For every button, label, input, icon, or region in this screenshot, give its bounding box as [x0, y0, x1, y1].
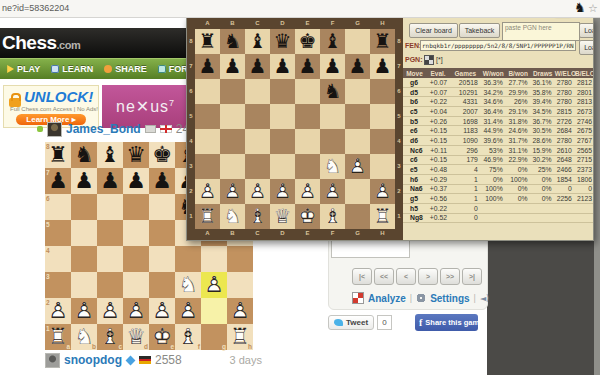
- tweet-widget: Tweet 0: [328, 315, 392, 330]
- piece-black-king[interactable]: ♚: [149, 142, 175, 168]
- piece-white-pawn[interactable]: ♟♙: [45, 298, 71, 324]
- square-b6[interactable]: [220, 79, 245, 104]
- fen-label: FEN:: [405, 42, 421, 49]
- move-nav-button-1[interactable]: <<: [374, 268, 394, 285]
- piece-white-knight[interactable]: ♞♘: [220, 204, 245, 229]
- stat-cell: 20518: [450, 78, 481, 87]
- square-b2[interactable]: ♟♙: [220, 179, 245, 204]
- square-d6[interactable]: [123, 194, 149, 220]
- square-e7[interactable]: ♟: [149, 168, 175, 194]
- white-player-name[interactable]: snoopdog: [64, 353, 122, 367]
- stat-cell: +0.48: [426, 165, 450, 175]
- square-c8[interactable]: ♝: [245, 29, 270, 54]
- square-b7[interactable]: ♟: [220, 54, 245, 79]
- stat-cell: [506, 213, 531, 223]
- clear-board-button[interactable]: Clear board: [409, 23, 458, 38]
- load-pgn-button[interactable]: Load: [579, 23, 594, 38]
- piece-black-pawn[interactable]: ♟: [370, 54, 395, 79]
- stat-cell: 36.3%: [481, 78, 506, 87]
- stat-cell: 36.1%: [531, 78, 555, 87]
- square-f1[interactable]: ♝♗: [320, 204, 345, 229]
- piece-black-rook[interactable]: ♜: [45, 142, 71, 168]
- square-g2[interactable]: [201, 298, 227, 324]
- column-header: B/ELO: [575, 68, 594, 78]
- stat-cell: 28.6%: [531, 136, 555, 146]
- square-f4[interactable]: [175, 246, 201, 272]
- rank-label: 4: [396, 138, 402, 144]
- piece-white-rook[interactable]: ♜♖: [45, 324, 71, 350]
- piece-black-bishop[interactable]: ♝: [245, 29, 270, 54]
- piece-white-king[interactable]: ♚♔: [295, 204, 320, 229]
- piece-white-pawn[interactable]: ♟♙: [370, 179, 395, 204]
- knight-extension-icon[interactable]: ♞: [574, 0, 586, 15]
- square-h3[interactable]: [370, 154, 395, 179]
- square-d1[interactable]: d♛♕: [123, 324, 149, 350]
- stat-cell: 27.7%: [506, 78, 531, 87]
- stat-cell: 100%: [481, 184, 506, 194]
- square-a5[interactable]: 5: [45, 220, 71, 246]
- stat-cell: +0.11: [426, 145, 450, 155]
- square-a1[interactable]: ♜♖: [195, 204, 220, 229]
- square-e2[interactable]: ♟♙: [149, 298, 175, 324]
- square-e3[interactable]: [295, 154, 320, 179]
- piece-white-pawn[interactable]: ♟♙: [195, 179, 220, 204]
- square-e3[interactable]: [149, 272, 175, 298]
- file-label: A: [195, 20, 220, 26]
- stat-cell: 31.4%: [481, 116, 506, 126]
- square-f4[interactable]: [320, 129, 345, 154]
- rank-label: 7: [396, 63, 402, 69]
- rank-label: 1: [188, 213, 194, 219]
- square-e7[interactable]: ♟: [295, 54, 320, 79]
- popup-board-frame: ♜♞♝♛♚♝♜♟♟♟♟♟♟♟♟♞♞♘♟♙♟♙♟♙♟♙♟♙♟♙♟♙♟♙♜♖♞♘♝♗…: [187, 18, 403, 240]
- square-a4[interactable]: 4: [45, 246, 71, 272]
- piece-white-knight[interactable]: ♞♘: [71, 324, 97, 350]
- square-c6[interactable]: [245, 79, 270, 104]
- move-cell[interactable]: b6: [403, 97, 426, 107]
- fen-input[interactable]: [420, 40, 576, 51]
- square-h1[interactable]: h♜♖: [227, 324, 253, 350]
- square-a8[interactable]: 8♜: [45, 142, 71, 168]
- square-f6[interactable]: ♞: [320, 79, 345, 104]
- piece-black-bishop[interactable]: ♝: [320, 29, 345, 54]
- square-c1[interactable]: c♝♗: [97, 324, 123, 350]
- piece-black-pawn[interactable]: ♟: [97, 168, 123, 194]
- file-label: D: [270, 230, 295, 236]
- square-g1[interactable]: [345, 204, 370, 229]
- square-c3[interactable]: [245, 154, 270, 179]
- title-icon: [145, 125, 156, 133]
- square-e4[interactable]: [295, 129, 320, 154]
- square-f5[interactable]: [320, 104, 345, 129]
- stat-cell: 1: [450, 174, 481, 184]
- square-e6[interactable]: [295, 79, 320, 104]
- piece-white-bishop[interactable]: ♝♗: [245, 204, 270, 229]
- stat-cell: 31.1%: [506, 145, 531, 155]
- stat-cell: 2466: [555, 165, 575, 175]
- stat-cell: 35.8%: [531, 87, 555, 97]
- square-d2[interactable]: ♟♙: [123, 298, 149, 324]
- square-d5[interactable]: [123, 220, 149, 246]
- square-d5[interactable]: [270, 104, 295, 129]
- square-h4[interactable]: [227, 246, 253, 272]
- move-cell[interactable]: d5: [403, 87, 426, 97]
- nav-item-learn[interactable]: LEARN: [51, 64, 93, 74]
- piece-white-bishop[interactable]: ♝♗: [320, 204, 345, 229]
- square-a6[interactable]: [195, 79, 220, 104]
- screen: ne?id=58362204 ♞ ☆ Chess.com PLAYLEARNSH…: [0, 0, 600, 375]
- piece-white-rook[interactable]: ♜♖: [227, 324, 253, 350]
- address-url[interactable]: ne?id=58362204: [2, 3, 69, 13]
- square-g7[interactable]: ♟: [345, 54, 370, 79]
- square-h5[interactable]: [370, 104, 395, 129]
- opening-stats-table: MoveEval.GamesW/wonB/wonDrawsW/ELOB/ELO …: [403, 68, 594, 223]
- square-c5[interactable]: [245, 104, 270, 129]
- piece-white-rook[interactable]: ♜♖: [370, 204, 395, 229]
- move-nav-button-4[interactable]: >>: [440, 268, 460, 285]
- rank-label: 6: [188, 88, 194, 94]
- square-b8[interactable]: ♞: [220, 29, 245, 54]
- move-cell[interactable]: h5: [403, 203, 426, 213]
- black-player-avatar[interactable]: [47, 122, 62, 137]
- piece-black-queen[interactable]: ♛: [270, 29, 295, 54]
- white-player-avatar[interactable]: [45, 353, 60, 368]
- square-b7[interactable]: ♟: [71, 168, 97, 194]
- facebook-share-button[interactable]: f Share this game: [415, 314, 478, 331]
- stat-cell: 1854: [555, 174, 575, 184]
- square-d8[interactable]: ♛: [123, 142, 149, 168]
- piece-white-king[interactable]: ♚♔: [149, 324, 175, 350]
- speaker-icon[interactable]: ◄): [480, 294, 489, 303]
- square-e5[interactable]: [149, 220, 175, 246]
- stat-cell: +0.07: [426, 78, 450, 87]
- file-label: g: [222, 343, 226, 350]
- stat-cell: 2565: [575, 145, 594, 155]
- square-a1[interactable]: 1a♜♖: [45, 324, 71, 350]
- piece-black-queen[interactable]: ♛: [123, 142, 149, 168]
- square-d2[interactable]: ♟♙: [270, 179, 295, 204]
- stat-cell: 2780: [555, 87, 575, 97]
- square-e1[interactable]: ♚♔: [295, 204, 320, 229]
- table-row: d5+0.071029134.2%29.9%35.8%27802801: [403, 87, 594, 97]
- square-c5[interactable]: [97, 220, 123, 246]
- square-f1[interactable]: f♝♗: [175, 324, 201, 350]
- column-header: Draws: [531, 68, 555, 78]
- square-c7[interactable]: ♟: [97, 168, 123, 194]
- stat-cell: 0%: [506, 194, 531, 204]
- piece-black-pawn[interactable]: ♟: [220, 54, 245, 79]
- square-a5[interactable]: [195, 104, 220, 129]
- rank-label: 4: [188, 138, 194, 144]
- square-d7[interactable]: ♟: [270, 54, 295, 79]
- site-logo[interactable]: Chess.com: [2, 32, 80, 54]
- stat-cell: 30.5%: [531, 126, 555, 136]
- square-e2[interactable]: ♟♙: [295, 179, 320, 204]
- stat-cell: +0.22: [426, 97, 450, 107]
- nexus-ad-text: ne✕us7: [116, 97, 175, 116]
- stat-cell: 31.7%: [506, 136, 531, 146]
- move-nav-button-2[interactable]: <: [396, 268, 416, 285]
- stat-cell: +0.26: [426, 116, 450, 126]
- rank-label: 6: [46, 195, 50, 202]
- ad-headline: UNLOCK!: [24, 88, 93, 105]
- rank-label: 5: [396, 113, 402, 119]
- move-cell[interactable]: Nc6: [403, 145, 426, 155]
- square-b5[interactable]: [220, 104, 245, 129]
- stat-cell: 22.9%: [506, 155, 531, 165]
- piece-black-pawn[interactable]: ♟: [45, 168, 71, 194]
- square-d1[interactable]: ♛♕: [270, 204, 295, 229]
- table-row: h5+0.220: [403, 203, 594, 213]
- square-b4[interactable]: [71, 246, 97, 272]
- square-g1[interactable]: g: [201, 324, 227, 350]
- square-f7[interactable]: ♟: [320, 54, 345, 79]
- square-g6[interactable]: [345, 79, 370, 104]
- table-row: e5+0.48475%0%25%24662373: [403, 165, 594, 175]
- table-row: Nc6+0.1129653%31.1%15.9%26102565: [403, 145, 594, 155]
- square-c4[interactable]: [245, 129, 270, 154]
- square-b8[interactable]: ♞: [71, 142, 97, 168]
- square-c6[interactable]: [97, 194, 123, 220]
- square-g5[interactable]: [345, 104, 370, 129]
- square-d3[interactable]: [123, 272, 149, 298]
- move-nav-button-5[interactable]: >|: [462, 268, 482, 285]
- square-b3[interactable]: [71, 272, 97, 298]
- piece-black-rook[interactable]: ♜: [195, 29, 220, 54]
- square-a2[interactable]: ♟♙: [195, 179, 220, 204]
- stat-cell: [531, 213, 555, 223]
- square-f2[interactable]: ♟♙: [320, 179, 345, 204]
- piece-white-pawn[interactable]: ♟♙: [149, 298, 175, 324]
- piece-white-bishop[interactable]: ♝♗: [97, 324, 123, 350]
- square-c2[interactable]: ♟♙: [245, 179, 270, 204]
- settings-link[interactable]: Settings: [430, 293, 469, 304]
- move-cell[interactable]: Ng8: [403, 213, 426, 223]
- stat-cell: 0: [450, 203, 481, 213]
- square-g4[interactable]: [201, 246, 227, 272]
- square-f3[interactable]: ♞♘: [175, 272, 201, 298]
- piece-white-pawn[interactable]: ♟♙: [220, 179, 245, 204]
- piece-black-pawn[interactable]: ♟: [123, 168, 149, 194]
- square-d6[interactable]: [270, 79, 295, 104]
- piece-black-pawn[interactable]: ♟: [245, 54, 270, 79]
- square-c2[interactable]: ♟♙: [97, 298, 123, 324]
- square-b5[interactable]: [71, 220, 97, 246]
- square-a7[interactable]: 7♟: [45, 168, 71, 194]
- stat-cell: 0: [575, 184, 594, 194]
- stat-cell: [481, 203, 506, 213]
- move-cell[interactable]: d6: [403, 136, 426, 146]
- square-b3[interactable]: [220, 154, 245, 179]
- square-c3[interactable]: [97, 272, 123, 298]
- piece-white-pawn[interactable]: ♟♙: [201, 272, 227, 298]
- piece-white-pawn[interactable]: ♟♙: [245, 179, 270, 204]
- stat-cell: 0%: [506, 184, 531, 194]
- stat-cell: 100%: [506, 174, 531, 184]
- square-c8[interactable]: ♝: [97, 142, 123, 168]
- stat-cell: +0.15: [426, 155, 450, 165]
- forums-icon: [158, 65, 166, 73]
- square-f8[interactable]: ♝: [320, 29, 345, 54]
- square-h8[interactable]: ♜: [370, 29, 395, 54]
- piece-black-pawn[interactable]: ♟: [295, 54, 320, 79]
- square-g2[interactable]: [345, 179, 370, 204]
- square-a8[interactable]: ♜: [195, 29, 220, 54]
- move-cell[interactable]: e6: [403, 126, 426, 136]
- square-c7[interactable]: ♟: [245, 54, 270, 79]
- rank-label: 3: [46, 273, 50, 280]
- piece-white-pawn[interactable]: ♟♙: [123, 298, 149, 324]
- tweet-button[interactable]: Tweet: [328, 315, 374, 330]
- black-player-name[interactable]: James_Bond: [66, 122, 141, 136]
- stat-cell: 25%: [531, 165, 555, 175]
- piece-white-knight[interactable]: ♞♘: [175, 272, 201, 298]
- piece-white-queen[interactable]: ♛♕: [123, 324, 149, 350]
- move-cell[interactable]: c5: [403, 107, 426, 117]
- popup-chess-board[interactable]: ♜♞♝♛♚♝♜♟♟♟♟♟♟♟♟♞♞♘♟♙♟♙♟♙♟♙♟♙♟♙♟♙♟♙♜♖♞♘♝♗…: [195, 29, 395, 229]
- square-a3[interactable]: [195, 154, 220, 179]
- move-cell[interactable]: b5: [403, 116, 426, 126]
- file-label: H: [370, 230, 395, 236]
- stat-cell: 31.8%: [506, 116, 531, 126]
- square-b1[interactable]: ♞♘: [220, 204, 245, 229]
- piece-white-pawn[interactable]: ♟♙: [320, 179, 345, 204]
- square-e8[interactable]: ♚: [149, 142, 175, 168]
- square-d7[interactable]: ♟: [123, 168, 149, 194]
- pgn-paste-area[interactable]: [502, 22, 580, 41]
- square-g8[interactable]: [345, 29, 370, 54]
- facebook-icon: f: [419, 317, 422, 328]
- square-a6[interactable]: 6: [45, 194, 71, 220]
- square-h7[interactable]: ♟: [370, 54, 395, 79]
- square-b1[interactable]: b♞♘: [71, 324, 97, 350]
- nav-item-play[interactable]: PLAY: [6, 64, 40, 74]
- square-e1[interactable]: e♚♔: [149, 324, 175, 350]
- stat-cell: [575, 213, 594, 223]
- square-a2[interactable]: 2♟♙: [45, 298, 71, 324]
- move-nav-button-0[interactable]: |<: [352, 268, 372, 285]
- scrollbar[interactable]: [594, 18, 600, 375]
- rank-label: 5: [46, 221, 50, 228]
- piece-white-pawn[interactable]: ♟♙: [97, 298, 123, 324]
- stat-cell: 2256: [555, 194, 575, 204]
- bookmark-star-icon[interactable]: ☆: [588, 2, 598, 15]
- piece-white-pawn[interactable]: ♟♙: [270, 179, 295, 204]
- move-cell[interactable]: e5: [403, 165, 426, 175]
- move-cell[interactable]: g6: [403, 78, 426, 87]
- stat-cell: 2610: [555, 145, 575, 155]
- square-c1[interactable]: ♝♗: [245, 204, 270, 229]
- table-row: Ng8+0.520: [403, 213, 594, 223]
- column-header: Eval.: [426, 68, 450, 78]
- move-cell[interactable]: g5: [403, 194, 426, 204]
- square-e8[interactable]: ♚: [295, 29, 320, 54]
- piece-white-pawn[interactable]: ♟♙: [175, 298, 201, 324]
- square-b6[interactable]: [71, 194, 97, 220]
- move-cell[interactable]: h6: [403, 174, 426, 184]
- piece-white-rook[interactable]: ♜♖: [195, 204, 220, 229]
- stat-cell: +0.29: [426, 174, 450, 184]
- load-fen-button[interactable]: Load: [579, 40, 594, 55]
- square-a7[interactable]: ♟: [195, 54, 220, 79]
- stat-cell: 0: [555, 184, 575, 194]
- piece-white-bishop[interactable]: ♝♗: [175, 324, 201, 350]
- square-h3[interactable]: [227, 272, 253, 298]
- table-row: Na6+0.371100%0%0%00: [403, 184, 594, 194]
- square-h2[interactable]: ♟♙: [227, 298, 253, 324]
- piece-white-knight[interactable]: ♞♘: [320, 154, 345, 179]
- takeback-button[interactable]: Takeback: [459, 23, 500, 38]
- piece-white-pawn[interactable]: ♟♙: [345, 154, 370, 179]
- piece-black-knight[interactable]: ♞: [320, 79, 345, 104]
- square-g3[interactable]: ♟♙: [345, 154, 370, 179]
- move-cell[interactable]: c6: [403, 155, 426, 165]
- square-g4[interactable]: [345, 129, 370, 154]
- square-h6[interactable]: [370, 79, 395, 104]
- square-f2[interactable]: ♟♙: [175, 298, 201, 324]
- piece-white-queen[interactable]: ♛♕: [270, 204, 295, 229]
- piece-black-pawn[interactable]: ♟: [149, 168, 175, 194]
- move-cell[interactable]: Na6: [403, 184, 426, 194]
- square-e4[interactable]: [149, 246, 175, 272]
- share-icon: [104, 65, 112, 73]
- square-d3[interactable]: [270, 154, 295, 179]
- stat-cell: [575, 203, 594, 213]
- square-a4[interactable]: [195, 129, 220, 154]
- piece-black-pawn[interactable]: ♟: [345, 54, 370, 79]
- piece-black-king[interactable]: ♚: [295, 29, 320, 54]
- square-b4[interactable]: [220, 129, 245, 154]
- square-d4[interactable]: [123, 246, 149, 272]
- piece-black-pawn[interactable]: ♟: [270, 54, 295, 79]
- piece-white-pawn[interactable]: ♟♙: [71, 298, 97, 324]
- square-h4[interactable]: [370, 129, 395, 154]
- tweet-count: 0: [377, 315, 392, 330]
- square-c4[interactable]: [97, 246, 123, 272]
- square-e6[interactable]: [149, 194, 175, 220]
- move-nav-button-3[interactable]: >: [418, 268, 438, 285]
- piece-black-bishop[interactable]: ♝: [97, 142, 123, 168]
- piece-black-knight[interactable]: ♞: [220, 29, 245, 54]
- analyze-link[interactable]: Analyze: [368, 293, 406, 304]
- rank-label: 3: [188, 163, 194, 169]
- square-d8[interactable]: ♛: [270, 29, 295, 54]
- piece-black-pawn[interactable]: ♟: [71, 168, 97, 194]
- stat-cell: 296: [450, 145, 481, 155]
- stat-cell: [506, 203, 531, 213]
- square-b2[interactable]: ♟♙: [71, 298, 97, 324]
- twitter-bird-icon: [334, 319, 343, 326]
- piece-black-pawn[interactable]: ♟: [195, 54, 220, 79]
- piece-white-pawn[interactable]: ♟♙: [227, 298, 253, 324]
- square-h2[interactable]: ♟♙: [370, 179, 395, 204]
- square-e5[interactable]: [295, 104, 320, 129]
- nav-item-share[interactable]: SHARE: [104, 64, 147, 74]
- square-f3[interactable]: ♞♘: [320, 154, 345, 179]
- piece-black-rook[interactable]: ♜: [370, 29, 395, 54]
- stat-cell: 0%: [531, 174, 555, 184]
- piece-black-knight[interactable]: ♞: [71, 142, 97, 168]
- square-d4[interactable]: [270, 129, 295, 154]
- square-g3[interactable]: ♟♙: [201, 272, 227, 298]
- square-h1[interactable]: ♜♖: [370, 204, 395, 229]
- stat-cell: +0.04: [426, 107, 450, 117]
- piece-black-pawn[interactable]: ♟: [320, 54, 345, 79]
- square-a3[interactable]: 3: [45, 272, 71, 298]
- piece-white-pawn[interactable]: ♟♙: [295, 179, 320, 204]
- rank-label: 8: [396, 38, 402, 44]
- play-icon: [6, 65, 14, 73]
